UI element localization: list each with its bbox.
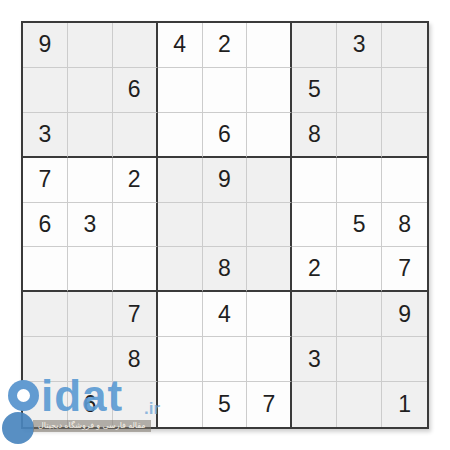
cell-r2c9[interactable]: [382, 68, 427, 113]
cell-r7c3[interactable]: 7: [113, 292, 158, 337]
cell-r5c8[interactable]: 5: [337, 203, 382, 248]
cell-r1c3[interactable]: [113, 23, 158, 68]
cell-r5c2[interactable]: 3: [68, 203, 113, 248]
sudoku-screenshot: 9423653687296358827749836571 idat .ir مق…: [0, 0, 450, 450]
cell-r8c4[interactable]: [158, 337, 203, 382]
cell-r2c5[interactable]: [203, 68, 248, 113]
cell-r9c6[interactable]: 7: [247, 382, 292, 427]
cell-r8c3[interactable]: 8: [113, 337, 158, 382]
cell-r7c5[interactable]: 4: [203, 292, 248, 337]
cell-r4c4[interactable]: [158, 158, 203, 203]
cell-r8c8[interactable]: [337, 337, 382, 382]
cell-r8c5[interactable]: [203, 337, 248, 382]
cell-r1c4[interactable]: 4: [158, 23, 203, 68]
cell-r2c8[interactable]: [337, 68, 382, 113]
cell-r3c7[interactable]: 8: [292, 113, 337, 158]
cell-r4c8[interactable]: [337, 158, 382, 203]
cell-r9c8[interactable]: [337, 382, 382, 427]
cell-r6c1[interactable]: [23, 247, 68, 292]
cell-r5c1[interactable]: 6: [23, 203, 68, 248]
sudoku-board: 9423653687296358827749836571: [21, 21, 429, 429]
cell-r4c7[interactable]: [292, 158, 337, 203]
cell-r7c1[interactable]: [23, 292, 68, 337]
cell-r5c6[interactable]: [247, 203, 292, 248]
cell-r7c7[interactable]: [292, 292, 337, 337]
cell-r2c2[interactable]: [68, 68, 113, 113]
cell-r5c9[interactable]: 8: [382, 203, 427, 248]
cell-r9c7[interactable]: [292, 382, 337, 427]
cell-r2c7[interactable]: 5: [292, 68, 337, 113]
cell-r8c2[interactable]: [68, 337, 113, 382]
cell-r2c1[interactable]: [23, 68, 68, 113]
cell-r9c9[interactable]: 1: [382, 382, 427, 427]
cell-r9c3[interactable]: [113, 382, 158, 427]
cell-r1c6[interactable]: [247, 23, 292, 68]
cell-r3c2[interactable]: [68, 113, 113, 158]
cell-r5c5[interactable]: [203, 203, 248, 248]
cell-r1c5[interactable]: 2: [203, 23, 248, 68]
cell-r8c7[interactable]: 3: [292, 337, 337, 382]
cell-r5c4[interactable]: [158, 203, 203, 248]
cell-r8c6[interactable]: [247, 337, 292, 382]
cell-r1c2[interactable]: [68, 23, 113, 68]
cell-r6c8[interactable]: [337, 247, 382, 292]
cell-r3c1[interactable]: 3: [23, 113, 68, 158]
cell-r3c8[interactable]: [337, 113, 382, 158]
cell-r6c5[interactable]: 8: [203, 247, 248, 292]
cell-r9c2[interactable]: 6: [68, 382, 113, 427]
cell-r4c3[interactable]: 2: [113, 158, 158, 203]
cell-r4c1[interactable]: 7: [23, 158, 68, 203]
cell-r4c9[interactable]: [382, 158, 427, 203]
cell-r6c2[interactable]: [68, 247, 113, 292]
cell-r8c1[interactable]: [23, 337, 68, 382]
cell-r7c2[interactable]: [68, 292, 113, 337]
cell-r4c6[interactable]: [247, 158, 292, 203]
cell-r1c9[interactable]: [382, 23, 427, 68]
cell-r3c4[interactable]: [158, 113, 203, 158]
cell-r5c3[interactable]: [113, 203, 158, 248]
cell-r4c2[interactable]: [68, 158, 113, 203]
cell-r7c4[interactable]: [158, 292, 203, 337]
cell-r8c9[interactable]: [382, 337, 427, 382]
cell-r9c5[interactable]: 5: [203, 382, 248, 427]
cell-r1c8[interactable]: 3: [337, 23, 382, 68]
cell-r6c6[interactable]: [247, 247, 292, 292]
cell-r1c1[interactable]: 9: [23, 23, 68, 68]
cell-r5c7[interactable]: [292, 203, 337, 248]
cell-r3c5[interactable]: 6: [203, 113, 248, 158]
cell-r6c9[interactable]: 7: [382, 247, 427, 292]
cell-r2c4[interactable]: [158, 68, 203, 113]
cell-r6c3[interactable]: [113, 247, 158, 292]
cell-r3c6[interactable]: [247, 113, 292, 158]
cell-r6c4[interactable]: [158, 247, 203, 292]
cell-r3c9[interactable]: [382, 113, 427, 158]
cell-r3c3[interactable]: [113, 113, 158, 158]
cell-r9c1[interactable]: [23, 382, 68, 427]
cell-r7c8[interactable]: [337, 292, 382, 337]
cell-r6c7[interactable]: 2: [292, 247, 337, 292]
cell-r7c9[interactable]: 9: [382, 292, 427, 337]
cell-r4c5[interactable]: 9: [203, 158, 248, 203]
cell-r7c6[interactable]: [247, 292, 292, 337]
cell-r1c7[interactable]: [292, 23, 337, 68]
cell-r9c4[interactable]: [158, 382, 203, 427]
cell-r2c6[interactable]: [247, 68, 292, 113]
cell-r2c3[interactable]: 6: [113, 68, 158, 113]
